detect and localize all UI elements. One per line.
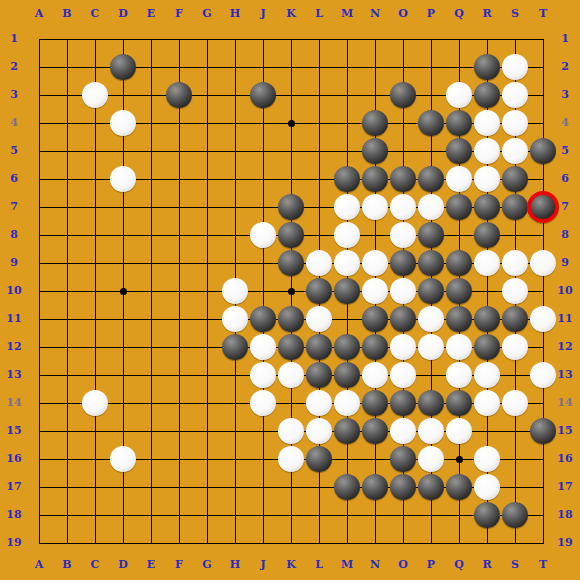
- white-stone: [334, 390, 360, 416]
- white-stone: [530, 250, 556, 276]
- row-label-right: 18: [551, 502, 579, 528]
- black-stone: [502, 166, 528, 192]
- row-label-left: 15: [0, 418, 28, 444]
- white-stone: [474, 390, 500, 416]
- black-stone: [250, 306, 276, 332]
- black-stone: [446, 278, 472, 304]
- black-stone: [306, 362, 332, 388]
- white-stone: [362, 362, 388, 388]
- white-stone: [250, 222, 276, 248]
- white-stone: [530, 362, 556, 388]
- white-stone: [474, 250, 500, 276]
- white-stone: [110, 446, 136, 472]
- white-stone: [362, 278, 388, 304]
- black-stone: [362, 138, 388, 164]
- column-label-bottom: R: [473, 552, 501, 578]
- black-stone: [446, 110, 472, 136]
- white-stone: [446, 334, 472, 360]
- black-stone-last-move: [527, 191, 559, 223]
- white-stone: [278, 418, 304, 444]
- black-stone: [530, 418, 556, 444]
- column-label-top: N: [361, 1, 389, 27]
- black-stone: [306, 278, 332, 304]
- row-label-right: 8: [551, 222, 579, 248]
- white-stone: [222, 306, 248, 332]
- white-stone: [390, 418, 416, 444]
- row-label-left: 10: [0, 278, 28, 304]
- column-label-top: E: [137, 1, 165, 27]
- black-stone: [390, 82, 416, 108]
- row-label-left: 1: [0, 26, 28, 52]
- white-stone: [306, 306, 332, 332]
- row-label-right: 4: [551, 110, 579, 136]
- column-label-top: P: [417, 1, 445, 27]
- column-label-bottom: H: [221, 552, 249, 578]
- black-stone: [446, 138, 472, 164]
- black-stone: [390, 446, 416, 472]
- white-stone: [502, 138, 528, 164]
- black-stone: [334, 362, 360, 388]
- black-stone: [474, 54, 500, 80]
- white-stone: [446, 362, 472, 388]
- white-stone: [530, 306, 556, 332]
- black-stone: [334, 334, 360, 360]
- black-stone: [474, 194, 500, 220]
- row-label-left: 12: [0, 334, 28, 360]
- black-stone: [390, 166, 416, 192]
- row-label-left: 17: [0, 474, 28, 500]
- white-stone: [418, 418, 444, 444]
- black-stone: [278, 194, 304, 220]
- white-stone: [418, 194, 444, 220]
- black-stone: [306, 334, 332, 360]
- white-stone: [222, 278, 248, 304]
- black-stone: [446, 474, 472, 500]
- white-stone: [474, 110, 500, 136]
- black-stone: [362, 474, 388, 500]
- column-label-top: F: [165, 1, 193, 27]
- white-stone: [278, 446, 304, 472]
- row-label-left: 19: [0, 530, 28, 556]
- white-stone: [278, 362, 304, 388]
- black-stone: [530, 138, 556, 164]
- black-stone: [474, 222, 500, 248]
- black-stone: [250, 82, 276, 108]
- white-stone: [306, 250, 332, 276]
- row-label-left: 2: [0, 54, 28, 80]
- white-stone: [502, 82, 528, 108]
- column-label-top: J: [249, 1, 277, 27]
- black-stone: [278, 250, 304, 276]
- black-stone: [474, 306, 500, 332]
- row-label-left: 7: [0, 194, 28, 220]
- white-stone: [362, 194, 388, 220]
- black-stone: [278, 222, 304, 248]
- column-label-top: B: [53, 1, 81, 27]
- row-label-left: 5: [0, 138, 28, 164]
- black-stone: [390, 390, 416, 416]
- white-stone: [110, 110, 136, 136]
- column-label-top: S: [501, 1, 529, 27]
- black-stone: [222, 334, 248, 360]
- star-point: [288, 288, 295, 295]
- row-label-left: 8: [0, 222, 28, 248]
- column-label-bottom: L: [305, 552, 333, 578]
- black-stone: [418, 222, 444, 248]
- row-label-right: 19: [551, 530, 579, 556]
- column-label-top: K: [277, 1, 305, 27]
- black-stone: [418, 278, 444, 304]
- column-label-top: R: [473, 1, 501, 27]
- white-stone: [306, 418, 332, 444]
- white-stone: [502, 110, 528, 136]
- column-label-bottom: N: [361, 552, 389, 578]
- column-label-top: C: [81, 1, 109, 27]
- black-stone: [334, 278, 360, 304]
- column-label-top: H: [221, 1, 249, 27]
- black-stone: [390, 306, 416, 332]
- row-label-right: 16: [551, 446, 579, 472]
- white-stone: [474, 166, 500, 192]
- white-stone: [502, 334, 528, 360]
- black-stone: [110, 54, 136, 80]
- white-stone: [390, 362, 416, 388]
- black-stone: [362, 334, 388, 360]
- row-label-right: 1: [551, 26, 579, 52]
- column-label-bottom: B: [53, 552, 81, 578]
- column-label-top: D: [109, 1, 137, 27]
- white-stone: [474, 362, 500, 388]
- row-label-left: 14: [0, 390, 28, 416]
- black-stone: [362, 418, 388, 444]
- row-label-right: 17: [551, 474, 579, 500]
- white-stone: [446, 418, 472, 444]
- column-label-bottom: A: [25, 552, 53, 578]
- black-stone: [446, 194, 472, 220]
- black-stone: [334, 474, 360, 500]
- white-stone: [390, 334, 416, 360]
- white-stone: [418, 334, 444, 360]
- row-label-left: 18: [0, 502, 28, 528]
- white-stone: [446, 82, 472, 108]
- column-label-bottom: O: [389, 552, 417, 578]
- white-stone: [418, 306, 444, 332]
- black-stone: [474, 334, 500, 360]
- white-stone: [390, 194, 416, 220]
- white-stone: [446, 166, 472, 192]
- black-stone: [390, 474, 416, 500]
- row-label-right: 12: [551, 334, 579, 360]
- black-stone: [418, 474, 444, 500]
- white-stone: [250, 334, 276, 360]
- row-label-left: 9: [0, 250, 28, 276]
- column-label-top: G: [193, 1, 221, 27]
- black-stone: [362, 306, 388, 332]
- black-stone: [502, 306, 528, 332]
- black-stone: [474, 82, 500, 108]
- white-stone: [82, 390, 108, 416]
- column-label-top: M: [333, 1, 361, 27]
- white-stone: [418, 446, 444, 472]
- white-stone: [362, 250, 388, 276]
- column-label-top: A: [25, 1, 53, 27]
- black-stone: [278, 306, 304, 332]
- white-stone: [334, 222, 360, 248]
- column-label-bottom: G: [193, 552, 221, 578]
- black-stone: [446, 390, 472, 416]
- black-stone: [474, 502, 500, 528]
- column-label-bottom: D: [109, 552, 137, 578]
- black-stone: [334, 166, 360, 192]
- column-label-bottom: Q: [445, 552, 473, 578]
- column-label-top: O: [389, 1, 417, 27]
- white-stone: [390, 222, 416, 248]
- column-label-top: Q: [445, 1, 473, 27]
- black-stone: [418, 110, 444, 136]
- star-point: [120, 288, 127, 295]
- white-stone: [474, 474, 500, 500]
- row-label-left: 13: [0, 362, 28, 388]
- white-stone: [110, 166, 136, 192]
- column-label-bottom: P: [417, 552, 445, 578]
- black-stone: [446, 250, 472, 276]
- black-stone: [502, 502, 528, 528]
- white-stone: [502, 278, 528, 304]
- row-label-right: 14: [551, 390, 579, 416]
- black-stone: [278, 334, 304, 360]
- row-label-right: 6: [551, 166, 579, 192]
- row-label-left: 4: [0, 110, 28, 136]
- white-stone: [502, 390, 528, 416]
- black-stone: [362, 390, 388, 416]
- black-stone: [446, 306, 472, 332]
- white-stone: [250, 362, 276, 388]
- row-label-left: 6: [0, 166, 28, 192]
- white-stone: [474, 446, 500, 472]
- white-stone: [334, 194, 360, 220]
- go-board[interactable]: AABBCCDDEEFFGGHHJJKKLLMMNNOOPPQQRRSSTT11…: [0, 0, 580, 580]
- column-label-bottom: C: [81, 552, 109, 578]
- column-label-bottom: S: [501, 552, 529, 578]
- column-label-top: T: [529, 1, 557, 27]
- column-label-bottom: J: [249, 552, 277, 578]
- white-stone: [334, 250, 360, 276]
- row-label-left: 3: [0, 82, 28, 108]
- column-label-bottom: M: [333, 552, 361, 578]
- black-stone: [418, 250, 444, 276]
- white-stone: [390, 278, 416, 304]
- row-label-left: 16: [0, 446, 28, 472]
- star-point: [456, 456, 463, 463]
- column-label-bottom: F: [165, 552, 193, 578]
- black-stone: [502, 194, 528, 220]
- column-label-top: L: [305, 1, 333, 27]
- row-label-right: 3: [551, 82, 579, 108]
- white-stone: [474, 138, 500, 164]
- row-label-left: 11: [0, 306, 28, 332]
- star-point: [288, 120, 295, 127]
- column-label-bottom: E: [137, 552, 165, 578]
- black-stone: [418, 166, 444, 192]
- white-stone: [82, 82, 108, 108]
- black-stone: [418, 390, 444, 416]
- white-stone: [502, 54, 528, 80]
- black-stone: [362, 166, 388, 192]
- white-stone: [502, 250, 528, 276]
- white-stone: [306, 390, 332, 416]
- column-label-bottom: K: [277, 552, 305, 578]
- black-stone: [306, 446, 332, 472]
- black-stone: [390, 250, 416, 276]
- black-stone: [334, 418, 360, 444]
- row-label-right: 2: [551, 54, 579, 80]
- black-stone: [362, 110, 388, 136]
- black-stone: [166, 82, 192, 108]
- row-label-right: 10: [551, 278, 579, 304]
- white-stone: [250, 390, 276, 416]
